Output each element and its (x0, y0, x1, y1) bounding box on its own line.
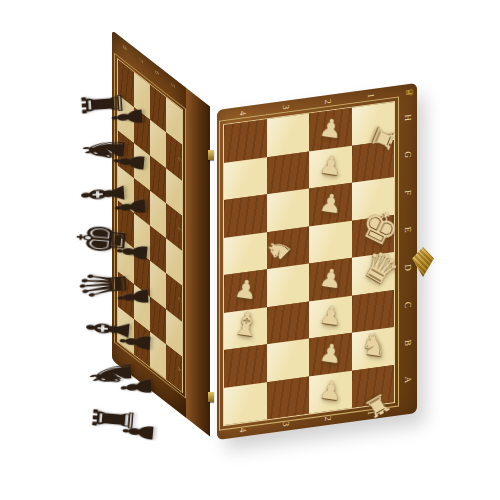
board-square (224, 382, 267, 425)
board-square (352, 102, 395, 145)
board-square (224, 232, 267, 275)
board-square (267, 264, 310, 307)
board-square (309, 183, 352, 226)
rank-label: 2 (323, 416, 332, 422)
board-square (352, 327, 395, 370)
rank-label: 4 (238, 427, 247, 433)
file-label: C (402, 301, 411, 308)
board-square (352, 252, 395, 295)
board-square (352, 140, 395, 183)
file-label: A (402, 376, 411, 384)
board-square (309, 295, 352, 338)
rank-label: 1 (366, 410, 375, 416)
board-square (267, 151, 310, 194)
rank-label: 8 (122, 44, 128, 52)
rank-label: 7 (138, 56, 144, 64)
board-square (309, 145, 352, 188)
file-label: E (403, 227, 412, 234)
board-square (267, 189, 310, 232)
board-square (267, 376, 310, 419)
crown-logo-icon: ♕ (404, 87, 415, 97)
board-square (224, 269, 267, 312)
file-label: F (403, 189, 412, 195)
brass-hinge (208, 150, 214, 160)
file-label: B (402, 339, 411, 346)
board-square (267, 226, 310, 269)
rank-label: 6 (154, 69, 160, 77)
board-square (352, 215, 395, 258)
left-board-face: 8765 HGFEDCBA (112, 30, 186, 418)
file-label: G (402, 151, 411, 159)
board-square (224, 307, 267, 350)
board-square (309, 220, 352, 263)
board-square (224, 194, 267, 237)
board-square (224, 344, 267, 387)
board-square (352, 177, 395, 220)
board-square (224, 157, 267, 200)
board-square (224, 119, 267, 162)
left-panel-side-edge (186, 88, 210, 437)
board-square (267, 114, 310, 157)
board-square (309, 258, 352, 301)
left-board-grid (117, 58, 183, 394)
rank-label: 3 (281, 421, 290, 427)
board-square (352, 290, 395, 333)
brass-hinge (208, 392, 214, 402)
left-board-panel: 8765 HGFEDCBA (112, 30, 210, 437)
rank-label: 1 (366, 93, 375, 99)
rank-label: 2 (323, 99, 332, 105)
board-square (267, 301, 310, 344)
rank-label: 3 (281, 104, 290, 110)
board-square (309, 108, 352, 151)
board-square (309, 370, 352, 413)
rank-label: 5 (170, 81, 176, 89)
board-square (309, 333, 352, 376)
rank-label: 4 (238, 110, 247, 116)
black-pawn: ♟ (116, 419, 162, 446)
black-rook: ♜ (83, 401, 143, 436)
right-board-panel: ♕ 43214321HGFEDCBA (217, 83, 417, 440)
folding-chess-set-photo: 8765 HGFEDCBA ♕ 43214321HGFEDCBA ♜♟♞♟♝♟♚… (0, 0, 500, 500)
file-label: D (402, 264, 411, 272)
file-label: H (402, 114, 411, 122)
right-board-grid (223, 101, 395, 426)
board-square (352, 365, 395, 408)
board-square (267, 339, 310, 382)
